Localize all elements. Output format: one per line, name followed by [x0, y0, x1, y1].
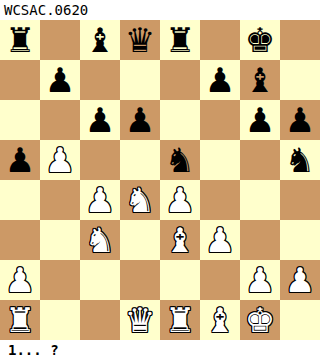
square-a1[interactable]: ♜	[0, 300, 40, 340]
square-h5[interactable]: ♞	[280, 140, 320, 180]
square-h6[interactable]: ♟	[280, 100, 320, 140]
square-g8[interactable]: ♚	[240, 20, 280, 60]
square-b3[interactable]	[40, 220, 80, 260]
black-queen: ♛	[125, 20, 155, 60]
square-f8[interactable]	[200, 20, 240, 60]
square-d3[interactable]	[120, 220, 160, 260]
square-g4[interactable]	[240, 180, 280, 220]
white-knight: ♞	[85, 220, 115, 260]
square-f5[interactable]	[200, 140, 240, 180]
square-d5[interactable]	[120, 140, 160, 180]
square-e1[interactable]: ♜	[160, 300, 200, 340]
square-f6[interactable]	[200, 100, 240, 140]
square-a8[interactable]: ♜	[0, 20, 40, 60]
square-c2[interactable]	[80, 260, 120, 300]
black-pawn: ♟	[85, 100, 115, 140]
square-g6[interactable]: ♟	[240, 100, 280, 140]
square-e5[interactable]: ♞	[160, 140, 200, 180]
square-g1[interactable]: ♚	[240, 300, 280, 340]
black-pawn: ♟	[285, 100, 315, 140]
square-f1[interactable]: ♝	[200, 300, 240, 340]
square-e4[interactable]: ♟	[160, 180, 200, 220]
white-pawn: ♟	[5, 260, 35, 300]
black-pawn: ♟	[5, 140, 35, 180]
square-h2[interactable]: ♟	[280, 260, 320, 300]
square-a5[interactable]: ♟	[0, 140, 40, 180]
square-h8[interactable]	[280, 20, 320, 60]
white-rook: ♜	[165, 300, 195, 340]
square-c5[interactable]	[80, 140, 120, 180]
white-pawn: ♟	[165, 180, 195, 220]
square-b8[interactable]	[40, 20, 80, 60]
square-a3[interactable]	[0, 220, 40, 260]
square-h4[interactable]	[280, 180, 320, 220]
black-pawn: ♟	[245, 100, 275, 140]
square-f7[interactable]: ♟	[200, 60, 240, 100]
square-b1[interactable]	[40, 300, 80, 340]
square-g5[interactable]	[240, 140, 280, 180]
chess-board: ♜♝♛♜♚♟♟♝♟♟♟♟♟♟♞♞♟♞♟♞♝♟♟♟♟♜♛♜♝♚	[0, 20, 320, 340]
white-queen: ♛	[125, 300, 155, 340]
square-d4[interactable]: ♞	[120, 180, 160, 220]
square-c7[interactable]	[80, 60, 120, 100]
black-knight: ♞	[285, 140, 315, 180]
square-g3[interactable]	[240, 220, 280, 260]
black-knight: ♞	[165, 140, 195, 180]
square-f4[interactable]	[200, 180, 240, 220]
white-king: ♚	[245, 300, 275, 340]
chess-app-window: WCSAC.0620 ♜♝♛♜♚♟♟♝♟♟♟♟♟♟♞♞♟♞♟♞♝♟♟♟♟♜♛♜♝…	[0, 0, 320, 360]
square-d6[interactable]: ♟	[120, 100, 160, 140]
square-b2[interactable]	[40, 260, 80, 300]
white-rook: ♜	[5, 300, 35, 340]
square-h1[interactable]	[280, 300, 320, 340]
white-pawn: ♟	[45, 140, 75, 180]
square-e7[interactable]	[160, 60, 200, 100]
square-g7[interactable]: ♝	[240, 60, 280, 100]
square-a7[interactable]	[0, 60, 40, 100]
black-king: ♚	[245, 20, 275, 60]
white-pawn: ♟	[85, 180, 115, 220]
square-c4[interactable]: ♟	[80, 180, 120, 220]
square-c1[interactable]	[80, 300, 120, 340]
square-c3[interactable]: ♞	[80, 220, 120, 260]
square-c8[interactable]: ♝	[80, 20, 120, 60]
square-g2[interactable]: ♟	[240, 260, 280, 300]
square-h7[interactable]	[280, 60, 320, 100]
square-d1[interactable]: ♛	[120, 300, 160, 340]
square-a6[interactable]	[0, 100, 40, 140]
square-c6[interactable]: ♟	[80, 100, 120, 140]
black-pawn: ♟	[45, 60, 75, 100]
square-b4[interactable]	[40, 180, 80, 220]
white-pawn: ♟	[205, 220, 235, 260]
white-knight: ♞	[125, 180, 155, 220]
square-b7[interactable]: ♟	[40, 60, 80, 100]
square-h3[interactable]	[280, 220, 320, 260]
square-b6[interactable]	[40, 100, 80, 140]
square-d7[interactable]	[120, 60, 160, 100]
white-bishop: ♝	[165, 220, 195, 260]
square-e6[interactable]	[160, 100, 200, 140]
square-a4[interactable]	[0, 180, 40, 220]
square-f2[interactable]	[200, 260, 240, 300]
white-pawn: ♟	[285, 260, 315, 300]
square-e2[interactable]	[160, 260, 200, 300]
black-pawn: ♟	[205, 60, 235, 100]
black-bishop: ♝	[245, 60, 275, 100]
move-prompt: 1... ?	[0, 340, 320, 360]
white-pawn: ♟	[245, 260, 275, 300]
square-e3[interactable]: ♝	[160, 220, 200, 260]
square-b5[interactable]: ♟	[40, 140, 80, 180]
black-pawn: ♟	[125, 100, 155, 140]
black-rook: ♜	[165, 20, 195, 60]
square-a2[interactable]: ♟	[0, 260, 40, 300]
black-bishop: ♝	[85, 20, 115, 60]
black-rook: ♜	[5, 20, 35, 60]
white-bishop: ♝	[205, 300, 235, 340]
square-d2[interactable]	[120, 260, 160, 300]
puzzle-title: WCSAC.0620	[0, 0, 320, 20]
square-d8[interactable]: ♛	[120, 20, 160, 60]
square-e8[interactable]: ♜	[160, 20, 200, 60]
square-f3[interactable]: ♟	[200, 220, 240, 260]
